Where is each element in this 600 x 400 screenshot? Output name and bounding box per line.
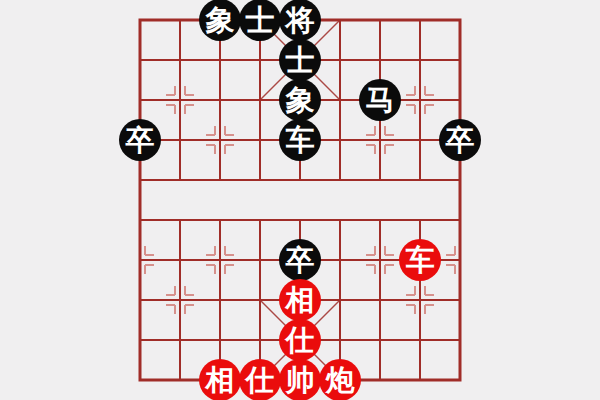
piece-black-soldier-3[interactable]: 卒	[279, 239, 321, 281]
piece-red-cannon[interactable]: 炮	[319, 359, 361, 400]
piece-red-chariot[interactable]: 车	[399, 239, 441, 281]
piece-black-soldier-2[interactable]: 卒	[439, 119, 481, 161]
piece-black-advisor-1[interactable]: 士	[239, 0, 281, 41]
piece-black-advisor-2[interactable]: 士	[279, 39, 321, 81]
piece-red-advisor-1[interactable]: 仕	[279, 319, 321, 361]
piece-red-general[interactable]: 帅	[279, 359, 321, 400]
piece-red-advisor-2[interactable]: 仕	[239, 359, 281, 400]
piece-red-elephant-2[interactable]: 相	[199, 359, 241, 400]
piece-black-chariot[interactable]: 车	[279, 119, 321, 161]
piece-black-elephant-2[interactable]: 象	[279, 79, 321, 121]
xiangqi-screenshot: 象士将士象马卒车卒卒车相仕相仕帅炮	[0, 0, 600, 400]
piece-black-general[interactable]: 将	[279, 0, 321, 41]
xiangqi-pieces-layer: 象士将士象马卒车卒卒车相仕相仕帅炮	[120, 0, 480, 400]
piece-black-soldier-1[interactable]: 卒	[119, 119, 161, 161]
piece-black-elephant-1[interactable]: 象	[199, 0, 241, 41]
piece-red-elephant-1[interactable]: 相	[279, 279, 321, 321]
piece-black-horse[interactable]: 马	[359, 79, 401, 121]
